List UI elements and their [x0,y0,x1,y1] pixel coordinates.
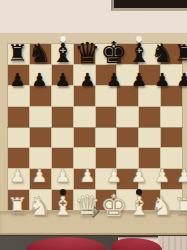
piece-black-pawn-a7: ♟ [7,71,28,89]
piece-white-pawn-a2: ♟ [7,167,28,185]
piece-white-pawn-f2: ♟ [127,167,150,185]
piece-white-queen-d1: ♛ [74,191,100,221]
piece-black-pawn-f7: ♟ [127,71,150,89]
floor-area [0,236,187,250]
piece-black-queen-d8: ♛ [74,38,100,68]
piece-white-king-e1: ♚ [100,191,127,221]
piece-black-pawn-d7: ♟ [74,71,100,89]
bishop-finial-c1 [60,189,66,195]
bishop-finial-f8 [136,36,142,42]
piece-black-bishop-c8: ♝ [51,38,74,68]
piece-black-knight-b8: ♞ [28,38,51,68]
piece-white-pawn-h2: ♟ [174,167,187,185]
chess-board: ♜♞♝♛♚♝♞♜♟♟♟♟♟♟♟♟♟♟♟♟♟♟♟♟♜♞♝♛♚♝♞♜ [0,33,187,236]
piece-black-knight-g8: ♞ [150,38,173,68]
piece-white-pawn-e2: ♟ [100,167,127,185]
piece-white-pawn-b2: ♟ [28,167,51,185]
piece-white-bishop-f1: ♝ [127,191,150,221]
piece-black-bishop-f8: ♝ [127,38,150,68]
storage-box-edge [111,0,187,11]
piece-white-pawn-d2: ♟ [74,167,100,185]
piece-black-pawn-b7: ♟ [28,71,51,89]
piece-black-king-e8: ♚ [100,38,127,68]
wood-floor [158,236,187,250]
piece-white-bishop-c1: ♝ [51,191,74,221]
piece-black-pawn-g7: ♟ [150,71,173,89]
bishop-finial-c8 [60,36,66,42]
board-pieces: ♜♞♝♛♚♝♞♜♟♟♟♟♟♟♟♟♟♟♟♟♟♟♟♟♜♞♝♛♚♝♞♜ [7,43,183,211]
piece-black-pawn-h7: ♟ [174,71,187,89]
piece-white-pawn-c2: ♟ [51,167,74,185]
piece-black-rook-h8: ♜ [174,38,187,68]
piece-black-rook-a8: ♜ [7,38,28,68]
red-fabric-right [111,238,162,250]
photo-scene: ♜♞♝♛♚♝♞♜♟♟♟♟♟♟♟♟♟♟♟♟♟♟♟♟♜♞♝♛♚♝♞♜ [0,0,187,250]
piece-black-pawn-e7: ♟ [100,71,127,89]
piece-white-rook-h1: ♜ [174,191,187,221]
piece-white-rook-a1: ♜ [7,191,28,221]
piece-white-knight-g1: ♞ [150,191,173,221]
piece-white-pawn-g2: ♟ [150,167,173,185]
bishop-finial-f1 [136,189,142,195]
piece-white-knight-b1: ♞ [28,191,51,221]
piece-black-pawn-c7: ♟ [51,71,74,89]
